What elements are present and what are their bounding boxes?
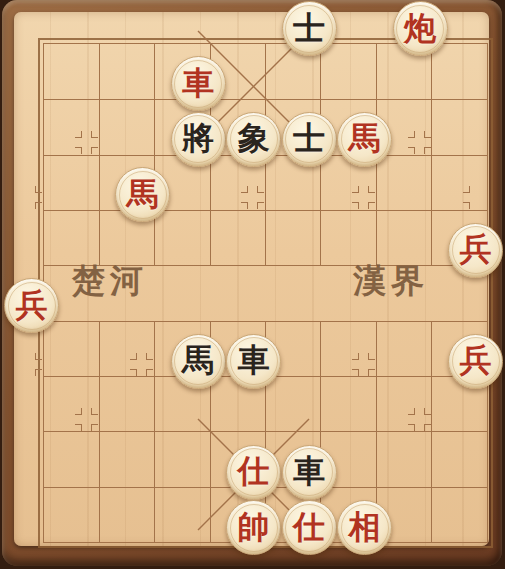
- board-cell: [431, 431, 486, 486]
- piece-black-advisor[interactable]: 士: [282, 112, 337, 167]
- river-label-han-jie: 漢界: [353, 259, 429, 304]
- piece-red-advisor[interactable]: 仕: [282, 500, 337, 555]
- star-point-corner: [368, 186, 375, 193]
- star-point-corner: [257, 186, 264, 193]
- star-point-corner: [257, 202, 264, 209]
- piece-character: 馬: [349, 122, 381, 154]
- board-cell: [99, 487, 154, 542]
- star-point-corner: [75, 424, 82, 431]
- piece-black-chariot[interactable]: 車: [226, 334, 281, 389]
- piece-character: 仕: [238, 455, 270, 487]
- star-point-corner: [35, 202, 42, 209]
- board-surface: 楚河 漢界 士炮車將象士馬馬兵兵馬車兵仕車帥仕相: [14, 12, 489, 546]
- piece-character: 車: [182, 67, 214, 99]
- piece-character: 相: [349, 511, 381, 543]
- star-point-corner: [424, 131, 431, 138]
- piece-character: 馬: [127, 178, 159, 210]
- board-cell: [376, 155, 431, 210]
- piece-character: 兵: [460, 233, 492, 265]
- star-point-corner: [130, 369, 137, 376]
- piece-character: 兵: [16, 289, 48, 321]
- board-cell: [44, 487, 99, 542]
- star-point-corner: [368, 353, 375, 360]
- piece-black-chariot[interactable]: 車: [282, 445, 337, 500]
- piece-red-soldier[interactable]: 兵: [448, 223, 503, 278]
- piece-character: 車: [238, 344, 270, 376]
- piece-character: 士: [293, 122, 325, 154]
- piece-black-elephant[interactable]: 象: [226, 112, 281, 167]
- star-point-corner: [91, 424, 98, 431]
- star-point-corner: [424, 147, 431, 154]
- board-cell: [99, 321, 154, 376]
- piece-character: 兵: [460, 344, 492, 376]
- star-point-corner: [91, 131, 98, 138]
- board-cell: [44, 431, 99, 486]
- board-cell: [99, 376, 154, 431]
- board-cell: [376, 376, 431, 431]
- board-cell: [99, 44, 154, 99]
- star-point-corner: [91, 147, 98, 154]
- star-point-corner: [35, 186, 42, 193]
- board-cell: [44, 321, 99, 376]
- board-cell: [44, 44, 99, 99]
- piece-character: 馬: [182, 344, 214, 376]
- star-point-corner: [463, 202, 470, 209]
- star-point-corner: [368, 369, 375, 376]
- star-point-corner: [352, 202, 359, 209]
- star-point-corner: [408, 424, 415, 431]
- piece-red-cannon[interactable]: 炮: [393, 1, 448, 56]
- star-point-corner: [91, 408, 98, 415]
- piece-character: 炮: [404, 12, 436, 44]
- board-cell: [320, 210, 375, 265]
- board-cell: [265, 210, 320, 265]
- star-point-corner: [408, 131, 415, 138]
- board-frame: 楚河 漢界 士炮車將象士馬馬兵兵馬車兵仕車帥仕相: [2, 0, 502, 566]
- star-point-corner: [424, 408, 431, 415]
- piece-character: 象: [238, 122, 270, 154]
- star-point-corner: [408, 408, 415, 415]
- board-cell: [431, 487, 486, 542]
- piece-character: 士: [293, 12, 325, 44]
- board-cell: [431, 44, 486, 99]
- piece-red-general[interactable]: 帥: [226, 500, 281, 555]
- piece-red-advisor[interactable]: 仕: [226, 445, 281, 500]
- star-point-corner: [352, 369, 359, 376]
- board-cell: [44, 210, 99, 265]
- board-cell: [99, 431, 154, 486]
- piece-red-elephant[interactable]: 相: [337, 500, 392, 555]
- piece-red-horse[interactable]: 馬: [337, 112, 392, 167]
- board-cell: [320, 44, 375, 99]
- river-label-chu-he: 楚河: [72, 259, 148, 304]
- star-point-corner: [241, 202, 248, 209]
- board-cell: [431, 99, 486, 154]
- star-point-corner: [146, 353, 153, 360]
- star-point-corner: [75, 131, 82, 138]
- star-point-corner: [75, 147, 82, 154]
- star-point-corner: [146, 369, 153, 376]
- star-point-corner: [35, 353, 42, 360]
- piece-red-soldier[interactable]: 兵: [448, 334, 503, 389]
- board-cell: [376, 210, 431, 265]
- star-point-corner: [75, 408, 82, 415]
- board-cell: [99, 99, 154, 154]
- piece-black-horse[interactable]: 馬: [171, 334, 226, 389]
- star-point-corner: [352, 186, 359, 193]
- piece-red-soldier[interactable]: 兵: [4, 278, 59, 333]
- piece-character: 仕: [293, 511, 325, 543]
- board-cell: [320, 321, 375, 376]
- board-cell: [44, 155, 99, 210]
- board-cell: [210, 265, 265, 320]
- piece-character: 車: [293, 455, 325, 487]
- board-cell: [320, 376, 375, 431]
- piece-character: 將: [182, 122, 214, 154]
- board-cell: [376, 431, 431, 486]
- board-cell: [154, 210, 209, 265]
- board-cell: [265, 265, 320, 320]
- star-point-corner: [408, 147, 415, 154]
- star-point-corner: [424, 424, 431, 431]
- piece-character: 帥: [238, 511, 270, 543]
- xiangqi-game: 楚河 漢界 士炮車將象士馬馬兵兵馬車兵仕車帥仕相: [0, 0, 505, 569]
- star-point-corner: [352, 353, 359, 360]
- board-cell: [210, 210, 265, 265]
- piece-black-general[interactable]: 將: [171, 112, 226, 167]
- star-point-corner: [130, 353, 137, 360]
- piece-red-horse[interactable]: 馬: [115, 167, 170, 222]
- piece-black-advisor[interactable]: 士: [282, 1, 337, 56]
- star-point-corner: [241, 186, 248, 193]
- board-cell: [431, 155, 486, 210]
- star-point-corner: [463, 186, 470, 193]
- board-cell: [376, 321, 431, 376]
- board-cell: [154, 265, 209, 320]
- board-cell: [44, 376, 99, 431]
- piece-red-chariot[interactable]: 車: [171, 56, 226, 111]
- star-point-corner: [368, 202, 375, 209]
- star-point-corner: [35, 369, 42, 376]
